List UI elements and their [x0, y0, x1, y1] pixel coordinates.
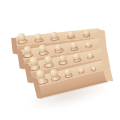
product-photo-cylinder-blocks [0, 0, 120, 120]
cylinder-knob [59, 54, 66, 61]
cylinder-knob [67, 31, 74, 38]
cylinder-knob [83, 30, 88, 35]
cylinder-knob [23, 45, 31, 53]
cylinder-knob [85, 41, 91, 47]
cylinder-knob [55, 43, 62, 50]
cylinder-knob [44, 55, 52, 63]
cylinder-knob [29, 56, 38, 65]
cylinder-knob [70, 41, 77, 48]
